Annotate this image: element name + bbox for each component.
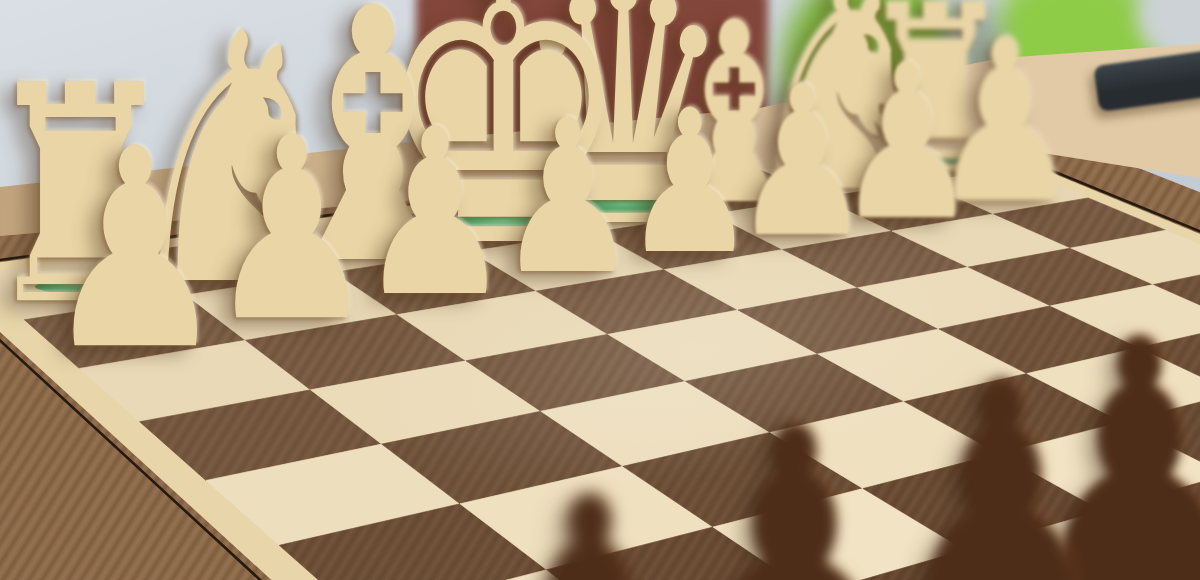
rook-glyph: ♜ — [857, 0, 1014, 207]
white-rook-a1: ♜ — [819, 0, 1052, 207]
white-bishop-f1: ♝ — [198, 0, 548, 313]
white-pawn-d2: ♟ — [591, 84, 789, 282]
knight-glyph: ♞ — [117, 0, 349, 333]
knight-glyph: ♞ — [740, 0, 935, 233]
white-pawn-c2: ♟ — [698, 58, 906, 266]
pawn-glyph: ♟ — [677, 382, 912, 580]
pawn-glyph: ♟ — [623, 84, 756, 282]
white-pawn-f2: ♟ — [320, 99, 550, 329]
felt-base — [536, 257, 600, 268]
pawn-glyph: ♟ — [207, 104, 376, 356]
pawn-glyph: ♟ — [497, 92, 640, 304]
white-pawn-b2: ♟ — [800, 36, 1014, 250]
pieces-layer: ♜♞♝♚♛♝♞♜♟♟♟♟♟♟♟♟♟♟♟♟ — [0, 0, 1200, 580]
white-knight-b1: ♞ — [693, 0, 983, 233]
felt-base — [875, 201, 939, 212]
white-pawn-h2: ♟ — [0, 113, 273, 388]
pawn-glyph: ♟ — [476, 454, 705, 580]
felt-base — [697, 184, 772, 197]
pawn-glyph: ♟ — [1022, 295, 1200, 580]
black-pawn-f7: ♟ — [620, 382, 970, 580]
pawn-glyph: ♟ — [43, 113, 228, 388]
felt-base — [254, 299, 330, 312]
felt-base — [795, 167, 882, 182]
felt-base — [181, 255, 285, 272]
black-pawn-d7: ♟ — [965, 295, 1200, 580]
white-queen-d1: ♛ — [458, 0, 788, 273]
felt-base — [94, 326, 177, 340]
pawn-glyph: ♟ — [732, 58, 872, 266]
white-bishop-c1: ♝ — [609, 0, 859, 240]
felt-base — [401, 277, 470, 289]
pawn-glyph: ♟ — [835, 36, 979, 250]
pawn-glyph: ♟ — [891, 341, 1113, 580]
pawn-glyph: ♟ — [929, 10, 1080, 235]
white-pawn-g2: ♟ — [166, 104, 418, 356]
photo-stage: ♜♞♝♚♛♝♞♜♟♟♟♟♟♟♟♟♟♟♟♟ — [0, 0, 1200, 580]
white-knight-g1: ♞ — [61, 0, 406, 333]
felt-base — [35, 279, 125, 294]
felt-base — [900, 154, 970, 166]
white-pawn-a2: ♟ — [893, 10, 1118, 235]
white-rook-h1: ♜ — [0, 47, 230, 347]
white-pawn-e2: ♟ — [462, 92, 674, 304]
felt-base — [446, 214, 560, 233]
bishop-glyph: ♝ — [650, 0, 818, 240]
queen-glyph: ♛ — [512, 0, 734, 273]
white-king-e1: ♚ — [313, 0, 693, 300]
black-pawn-e7: ♟ — [837, 341, 1167, 580]
rook-glyph: ♜ — [0, 47, 181, 347]
king-glyph: ♚ — [375, 0, 631, 300]
pawn-glyph: ♟ — [358, 99, 513, 329]
black-pawn-g7: ♟ — [420, 454, 760, 580]
felt-base — [660, 237, 719, 247]
bishop-glyph: ♝ — [255, 0, 490, 313]
felt-base — [574, 198, 673, 215]
felt-base — [971, 184, 1039, 195]
felt-base — [771, 219, 833, 229]
felt-base — [321, 234, 426, 252]
